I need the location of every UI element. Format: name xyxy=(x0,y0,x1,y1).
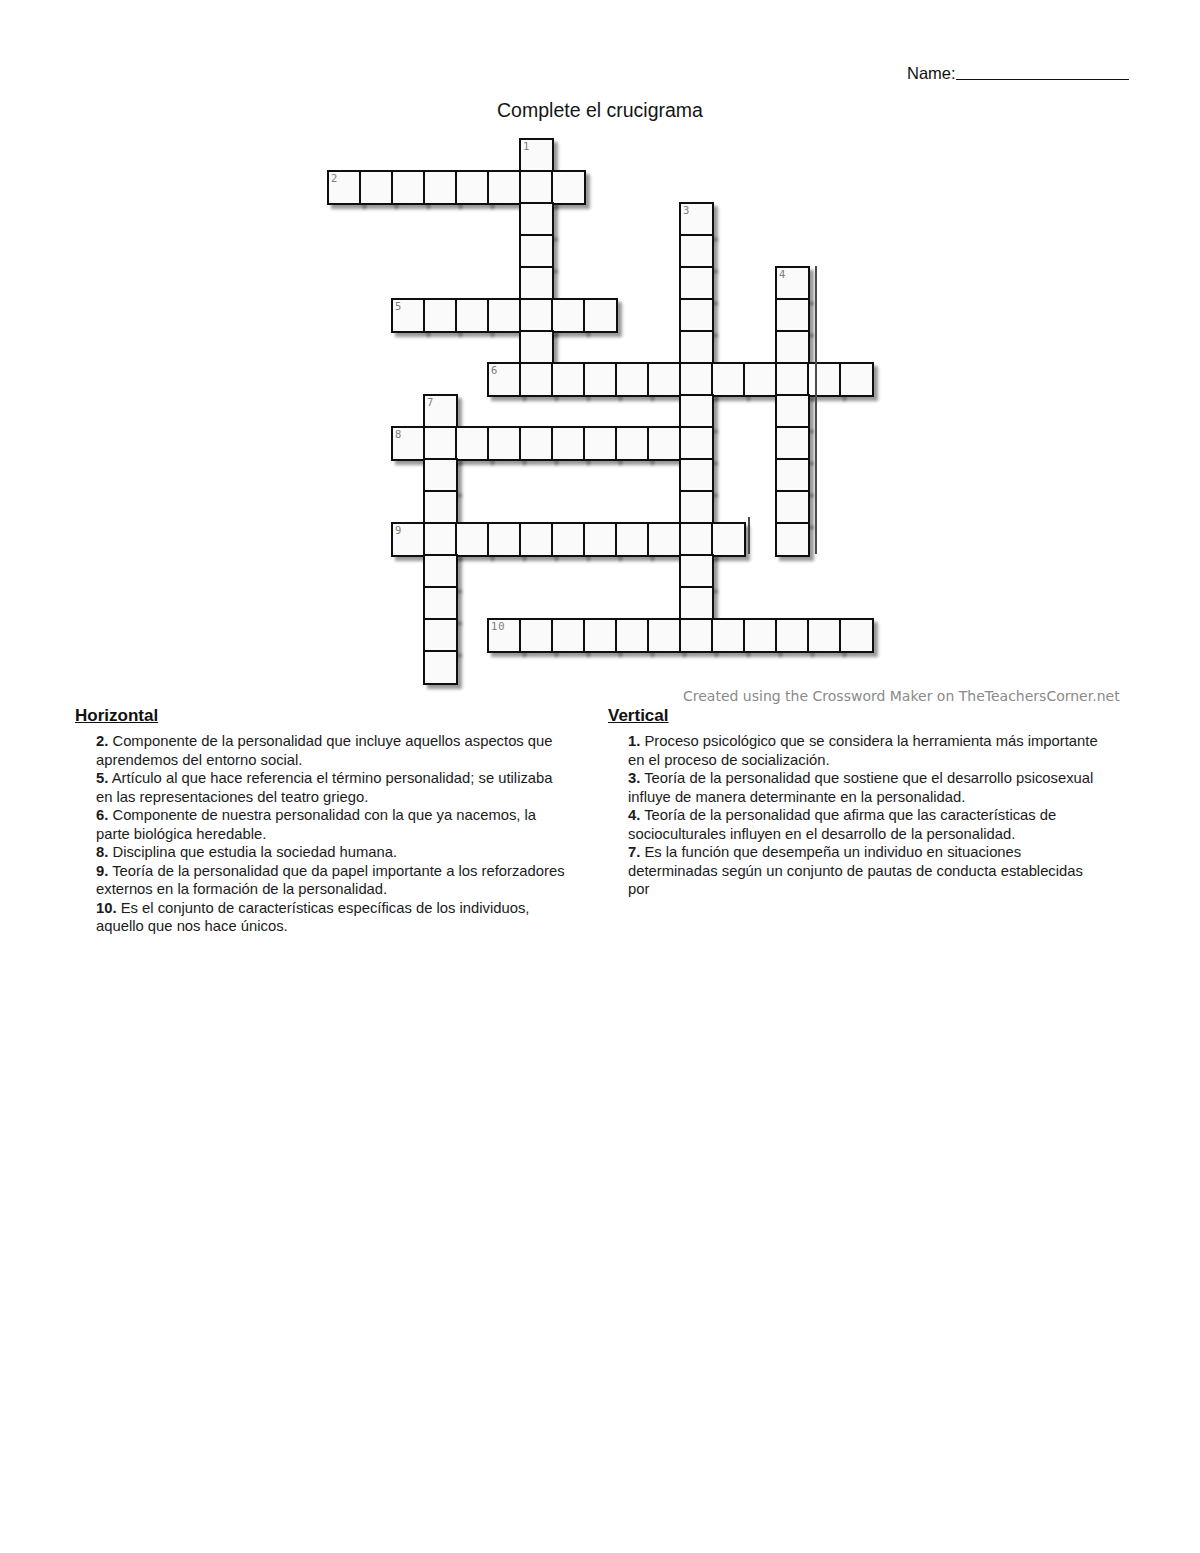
grid-cell-r10c11[interactable] xyxy=(679,458,714,493)
grid-cell-r12c2[interactable]: 9 xyxy=(391,522,426,557)
grid-cell-r12c4[interactable] xyxy=(455,522,490,557)
grid-cell-r9c10[interactable] xyxy=(647,426,682,461)
clue-number-6: 6 xyxy=(491,364,498,376)
clue-number-4: 4 xyxy=(779,268,786,280)
grid-cell-r9c2[interactable]: 8 xyxy=(391,426,426,461)
clue-number-label: 3. xyxy=(628,770,640,786)
clue-number-label: 10. xyxy=(96,900,117,916)
grid-cell-r11c11[interactable] xyxy=(679,490,714,525)
grid-cell-r5c6[interactable] xyxy=(519,298,554,333)
clue-number-5: 5 xyxy=(395,300,402,312)
grid-cell-r5c2[interactable]: 5 xyxy=(391,298,426,333)
clue-1: 1. Proceso psicológico que se considera … xyxy=(628,732,1130,769)
grid-cell-r8c3[interactable]: 7 xyxy=(423,394,458,429)
clue-number-label: 2. xyxy=(96,733,108,749)
grid-cell-r15c7[interactable] xyxy=(551,618,586,653)
vertical-clue-list: 1. Proceso psicológico que se considera … xyxy=(608,732,1130,899)
grid-cell-r7c13[interactable] xyxy=(743,362,778,397)
grid-cell-r15c15[interactable] xyxy=(807,618,842,653)
grid-cell-r13c11[interactable] xyxy=(679,554,714,589)
vertical-clues-section: Vertical 1. Proceso psicológico que se c… xyxy=(608,706,1130,899)
grid-cell-r13c3[interactable] xyxy=(423,554,458,589)
grid-cell-r5c3[interactable] xyxy=(423,298,458,333)
grid-cell-r1c3[interactable] xyxy=(423,170,458,205)
grid-cell-r9c11[interactable] xyxy=(679,426,714,461)
grid-cell-r7c16[interactable] xyxy=(839,362,874,397)
grid-cell-r15c9[interactable] xyxy=(615,618,650,653)
grid-cell-r7c12[interactable] xyxy=(711,362,746,397)
grid-cell-r16c3[interactable] xyxy=(423,650,458,685)
grid-cell-r10c14[interactable] xyxy=(775,458,810,493)
grid-cell-r9c3[interactable] xyxy=(423,426,458,461)
grid-cell-r14c11[interactable] xyxy=(679,586,714,621)
grid-cell-r9c9[interactable] xyxy=(615,426,650,461)
horizontal-clues-section: Horizontal 2. Componente de la personali… xyxy=(75,706,580,936)
grid-cell-r14c3[interactable] xyxy=(423,586,458,621)
clue-number-label: 1. xyxy=(628,733,640,749)
name-blank-line xyxy=(956,79,1129,80)
clue-number-label: 6. xyxy=(96,807,108,823)
grid-cell-r7c14[interactable] xyxy=(775,362,810,397)
grid-cell-r11c3[interactable] xyxy=(423,490,458,525)
clue-number-label: 5. xyxy=(96,770,108,786)
grid-cell-r6c14[interactable] xyxy=(775,330,810,365)
grid-cell-r9c7[interactable] xyxy=(551,426,586,461)
grid-cell-r15c5[interactable]: 10 xyxy=(487,618,522,653)
clue-number-7: 7 xyxy=(427,396,434,408)
grid-cell-r15c14[interactable] xyxy=(775,618,810,653)
grid-cell-r12c14[interactable] xyxy=(775,522,810,557)
grid-cell-r9c5[interactable] xyxy=(487,426,522,461)
clue-number-3: 3 xyxy=(683,204,690,216)
grid-cell-r15c8[interactable] xyxy=(583,618,618,653)
grid-cell-r1c6[interactable] xyxy=(519,170,554,205)
clue-number-9: 9 xyxy=(395,524,402,536)
grid-cell-r2c6[interactable] xyxy=(519,202,554,237)
grid-cell-r7c11[interactable] xyxy=(679,362,714,397)
grid-cell-r15c11[interactable] xyxy=(679,618,714,653)
grid-cell-r5c14[interactable] xyxy=(775,298,810,333)
clue-4: 4. Teoría de la personalidad que afirma … xyxy=(628,806,1130,843)
clue-number-1: 1 xyxy=(523,140,530,152)
clue-number-2: 2 xyxy=(331,172,338,184)
grid-cell-r12c10[interactable] xyxy=(647,522,682,557)
name-label: Name: xyxy=(907,64,956,82)
grid-cell-r15c10[interactable] xyxy=(647,618,682,653)
grid-cell-r4c14[interactable]: 4 xyxy=(775,266,810,301)
clue-number-label: 4. xyxy=(628,807,640,823)
clue-number-label: 8. xyxy=(96,844,108,860)
grid-cell-r15c13[interactable] xyxy=(743,618,778,653)
grid-cell-r11c14[interactable] xyxy=(775,490,810,525)
grid-cell-r5c8[interactable] xyxy=(583,298,618,333)
clue-10: 10. Es el conjunto de características es… xyxy=(96,899,580,936)
crossword-grid: 12345678910 xyxy=(327,138,875,686)
grid-cell-r7c15[interactable] xyxy=(807,362,842,397)
artifact-line-2 xyxy=(748,517,750,554)
grid-cell-r12c5[interactable] xyxy=(487,522,522,557)
grid-cell-r2c11[interactable]: 3 xyxy=(679,202,714,237)
grid-cell-r12c3[interactable] xyxy=(423,522,458,557)
grid-cell-r9c6[interactable] xyxy=(519,426,554,461)
artifact-line-1 xyxy=(815,266,817,554)
grid-cell-r4c6[interactable] xyxy=(519,266,554,301)
clue-6: 6. Componente de nuestra personalidad co… xyxy=(96,806,580,843)
grid-cell-r9c14[interactable] xyxy=(775,426,810,461)
grid-cell-r6c6[interactable] xyxy=(519,330,554,365)
credit-line: Created using the Crossword Maker on The… xyxy=(683,688,1120,704)
grid-cell-r7c10[interactable] xyxy=(647,362,682,397)
grid-cell-r5c5[interactable] xyxy=(487,298,522,333)
grid-cell-r5c4[interactable] xyxy=(455,298,490,333)
grid-cell-r8c14[interactable] xyxy=(775,394,810,429)
clue-7: 7. Es la función que desempeña un indivi… xyxy=(628,843,1130,899)
horizontal-clue-list: 2. Componente de la personalidad que inc… xyxy=(75,732,580,936)
grid-cell-r3c11[interactable] xyxy=(679,234,714,269)
grid-cell-r1c2[interactable] xyxy=(391,170,426,205)
clue-8: 8. Disciplina que estudia la sociedad hu… xyxy=(96,843,580,862)
page-title: Complete el crucigrama xyxy=(0,99,1200,122)
clue-number-label: 7. xyxy=(628,844,640,860)
grid-cell-r15c16[interactable] xyxy=(839,618,874,653)
clue-5: 5. Artículo al que hace referencia el té… xyxy=(96,769,580,806)
grid-cell-r1c1[interactable] xyxy=(359,170,394,205)
grid-cell-r5c11[interactable] xyxy=(679,298,714,333)
grid-cell-r7c6[interactable] xyxy=(519,362,554,397)
grid-cell-r12c6[interactable] xyxy=(519,522,554,557)
crossword-worksheet: Name: Complete el crucigrama 12345678910… xyxy=(0,0,1200,1553)
grid-cell-r1c0[interactable]: 2 xyxy=(327,170,362,205)
clue-number-8: 8 xyxy=(395,428,402,440)
grid-cell-r7c7[interactable] xyxy=(551,362,586,397)
grid-cell-r7c8[interactable] xyxy=(583,362,618,397)
grid-cell-r12c8[interactable] xyxy=(583,522,618,557)
grid-cell-r12c9[interactable] xyxy=(615,522,650,557)
clue-9: 9. Teoría de la personalidad que da pape… xyxy=(96,862,580,899)
grid-cell-r6c11[interactable] xyxy=(679,330,714,365)
grid-cell-r12c7[interactable] xyxy=(551,522,586,557)
grid-cell-r9c8[interactable] xyxy=(583,426,618,461)
grid-cell-r12c11[interactable] xyxy=(679,522,714,557)
grid-cell-r3c6[interactable] xyxy=(519,234,554,269)
name-row: Name: xyxy=(907,64,1129,83)
grid-cell-r8c11[interactable] xyxy=(679,394,714,429)
grid-cell-r12c12[interactable] xyxy=(711,522,746,557)
grid-cell-r1c7[interactable] xyxy=(551,170,586,205)
clue-number-10: 10 xyxy=(491,620,506,632)
clue-2: 2. Componente de la personalidad que inc… xyxy=(96,732,580,769)
clue-3: 3. Teoría de la personalidad que sostien… xyxy=(628,769,1130,806)
grid-cell-r7c9[interactable] xyxy=(615,362,650,397)
horizontal-heading: Horizontal xyxy=(75,706,580,726)
grid-cell-r9c4[interactable] xyxy=(455,426,490,461)
grid-cell-r15c6[interactable] xyxy=(519,618,554,653)
grid-cell-r15c3[interactable] xyxy=(423,618,458,653)
grid-cell-r4c11[interactable] xyxy=(679,266,714,301)
grid-cell-r10c3[interactable] xyxy=(423,458,458,493)
grid-cell-r5c7[interactable] xyxy=(551,298,586,333)
grid-cell-r15c12[interactable] xyxy=(711,618,746,653)
vertical-heading: Vertical xyxy=(608,706,1130,726)
grid-cell-r1c5[interactable] xyxy=(487,170,522,205)
grid-cell-r1c4[interactable] xyxy=(455,170,490,205)
clue-number-label: 9. xyxy=(96,863,108,879)
grid-cell-r7c5[interactable]: 6 xyxy=(487,362,522,397)
grid-cell-r0c6[interactable]: 1 xyxy=(519,138,554,173)
